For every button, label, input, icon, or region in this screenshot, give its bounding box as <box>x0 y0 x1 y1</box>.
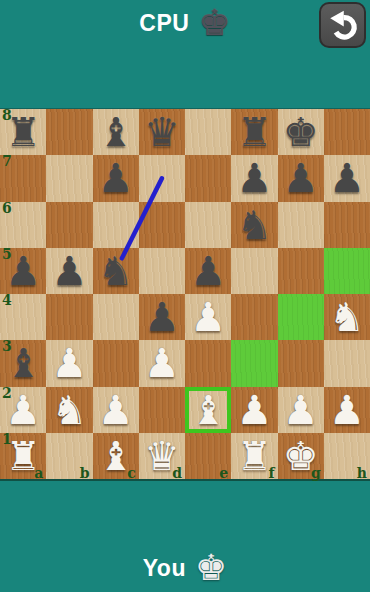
square-g8[interactable]: ♚ <box>278 109 324 155</box>
piece-black-pawn: ♟ <box>51 248 87 294</box>
square-f6[interactable]: ♞ <box>231 202 277 248</box>
square-c5[interactable]: ♞ <box>93 248 139 294</box>
square-a1[interactable]: ♜1a <box>0 433 46 479</box>
file-label-a: a <box>34 465 43 481</box>
square-b7[interactable] <box>46 155 92 201</box>
square-b1[interactable]: b <box>46 433 92 479</box>
piece-black-pawn: ♟ <box>98 155 134 201</box>
square-d3[interactable]: ♟ <box>139 340 185 386</box>
rank-label-1: 1 <box>2 431 12 447</box>
piece-black-rook: ♜ <box>5 109 41 155</box>
square-e5[interactable]: ♟ <box>185 248 231 294</box>
you-label: You <box>143 555 186 582</box>
square-g5[interactable] <box>278 248 324 294</box>
square-e7[interactable] <box>185 155 231 201</box>
square-a5[interactable]: ♟5 <box>0 248 46 294</box>
square-e4[interactable]: ♟ <box>185 294 231 340</box>
piece-black-pawn: ♟ <box>236 155 272 201</box>
square-h1[interactable]: h <box>324 433 370 479</box>
square-a6[interactable]: 6 <box>0 202 46 248</box>
square-b5[interactable]: ♟ <box>46 248 92 294</box>
square-h4[interactable]: ♞ <box>324 294 370 340</box>
square-e2[interactable]: ♝ <box>185 387 231 433</box>
file-label-d: d <box>172 465 182 481</box>
piece-white-pawn: ♟ <box>144 340 180 386</box>
piece-white-bishop: ♝ <box>190 387 226 433</box>
square-g7[interactable]: ♟ <box>278 155 324 201</box>
rank-label-7: 7 <box>2 153 12 169</box>
square-g4[interactable] <box>278 294 324 340</box>
square-d6[interactable] <box>139 202 185 248</box>
square-h8[interactable] <box>324 109 370 155</box>
chess-board[interactable]: ♜8♝♛♜♚7♟♟♟♟6♞♟5♟♞♟4♟♟♞♝3♟♟♟2♞♟♝♟♟♟♜1ab♝c… <box>0 108 370 481</box>
square-b3[interactable]: ♟ <box>46 340 92 386</box>
square-f3[interactable] <box>231 340 277 386</box>
square-a4[interactable]: 4 <box>0 294 46 340</box>
piece-white-pawn: ♟ <box>51 340 87 386</box>
piece-white-knight: ♞ <box>329 294 365 340</box>
square-f4[interactable] <box>231 294 277 340</box>
piece-black-pawn: ♟ <box>5 248 41 294</box>
square-f7[interactable]: ♟ <box>231 155 277 201</box>
square-c3[interactable] <box>93 340 139 386</box>
piece-black-pawn: ♟ <box>190 248 226 294</box>
piece-black-bishop: ♝ <box>5 340 41 386</box>
piece-black-knight: ♞ <box>98 248 134 294</box>
piece-white-pawn: ♟ <box>190 294 226 340</box>
square-f8[interactable]: ♜ <box>231 109 277 155</box>
square-d1[interactable]: ♛d <box>139 433 185 479</box>
square-d8[interactable]: ♛ <box>139 109 185 155</box>
rank-label-3: 3 <box>2 338 12 354</box>
square-a8[interactable]: ♜8 <box>0 109 46 155</box>
square-g6[interactable] <box>278 202 324 248</box>
piece-white-pawn: ♟ <box>5 387 41 433</box>
file-label-h: h <box>357 465 367 481</box>
square-g1[interactable]: ♚g <box>278 433 324 479</box>
white-king-icon: ♚ <box>195 550 227 586</box>
undo-arrow-icon <box>325 7 361 43</box>
square-b6[interactable] <box>46 202 92 248</box>
rank-label-8: 8 <box>2 107 12 123</box>
square-h5[interactable] <box>324 248 370 294</box>
rank-label-5: 5 <box>2 246 12 262</box>
cpu-player-row: CPU ♚ <box>0 1 370 45</box>
square-e8[interactable] <box>185 109 231 155</box>
rank-label-4: 4 <box>2 292 12 308</box>
square-h2[interactable]: ♟ <box>324 387 370 433</box>
rank-label-2: 2 <box>2 385 12 401</box>
square-a7[interactable]: 7 <box>0 155 46 201</box>
square-d2[interactable] <box>139 387 185 433</box>
piece-black-pawn: ♟ <box>144 294 180 340</box>
file-label-b: b <box>80 465 90 481</box>
square-e1[interactable]: e <box>185 433 231 479</box>
square-b4[interactable] <box>46 294 92 340</box>
piece-white-pawn: ♟ <box>98 387 134 433</box>
piece-white-queen: ♛ <box>144 433 180 479</box>
square-d4[interactable]: ♟ <box>139 294 185 340</box>
piece-black-pawn: ♟ <box>283 155 319 201</box>
piece-black-queen: ♛ <box>144 109 180 155</box>
square-d5[interactable] <box>139 248 185 294</box>
square-c2[interactable]: ♟ <box>93 387 139 433</box>
piece-black-knight: ♞ <box>236 202 272 248</box>
piece-white-pawn: ♟ <box>329 387 365 433</box>
piece-white-rook: ♜ <box>236 433 272 479</box>
piece-black-king: ♚ <box>283 109 319 155</box>
square-g3[interactable] <box>278 340 324 386</box>
square-a3[interactable]: ♝3 <box>0 340 46 386</box>
piece-white-knight: ♞ <box>51 387 87 433</box>
piece-black-bishop: ♝ <box>98 109 134 155</box>
piece-black-pawn: ♟ <box>329 155 365 201</box>
square-e6[interactable] <box>185 202 231 248</box>
piece-white-pawn: ♟ <box>236 387 272 433</box>
piece-white-king: ♚ <box>283 433 319 479</box>
square-e3[interactable] <box>185 340 231 386</box>
square-b2[interactable]: ♞ <box>46 387 92 433</box>
file-label-g: g <box>311 465 321 481</box>
square-h6[interactable] <box>324 202 370 248</box>
square-g2[interactable]: ♟ <box>278 387 324 433</box>
piece-white-pawn: ♟ <box>283 387 319 433</box>
square-f2[interactable]: ♟ <box>231 387 277 433</box>
square-b8[interactable] <box>46 109 92 155</box>
undo-button[interactable] <box>319 2 366 48</box>
square-f5[interactable] <box>231 248 277 294</box>
square-c7[interactable]: ♟ <box>93 155 139 201</box>
black-king-icon: ♚ <box>198 5 230 41</box>
square-c1[interactable]: ♝c <box>93 433 139 479</box>
file-label-e: e <box>219 465 228 481</box>
piece-black-rook: ♜ <box>236 109 272 155</box>
file-label-c: c <box>127 465 136 481</box>
piece-white-rook: ♜ <box>5 433 41 479</box>
cpu-label: CPU <box>139 10 189 37</box>
you-player-row: You ♚ <box>0 547 370 589</box>
square-f1[interactable]: ♜f <box>231 433 277 479</box>
square-a2[interactable]: ♟2 <box>0 387 46 433</box>
square-d7[interactable] <box>139 155 185 201</box>
piece-white-bishop: ♝ <box>98 433 134 479</box>
rank-label-6: 6 <box>2 200 12 216</box>
square-c6[interactable] <box>93 202 139 248</box>
square-c8[interactable]: ♝ <box>93 109 139 155</box>
square-c4[interactable] <box>93 294 139 340</box>
file-label-f: f <box>268 465 274 481</box>
square-h3[interactable] <box>324 340 370 386</box>
square-h7[interactable]: ♟ <box>324 155 370 201</box>
